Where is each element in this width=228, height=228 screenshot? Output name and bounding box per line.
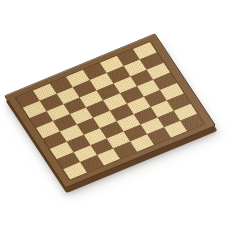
chess-board xyxy=(4,33,216,188)
product-photo xyxy=(0,0,228,228)
